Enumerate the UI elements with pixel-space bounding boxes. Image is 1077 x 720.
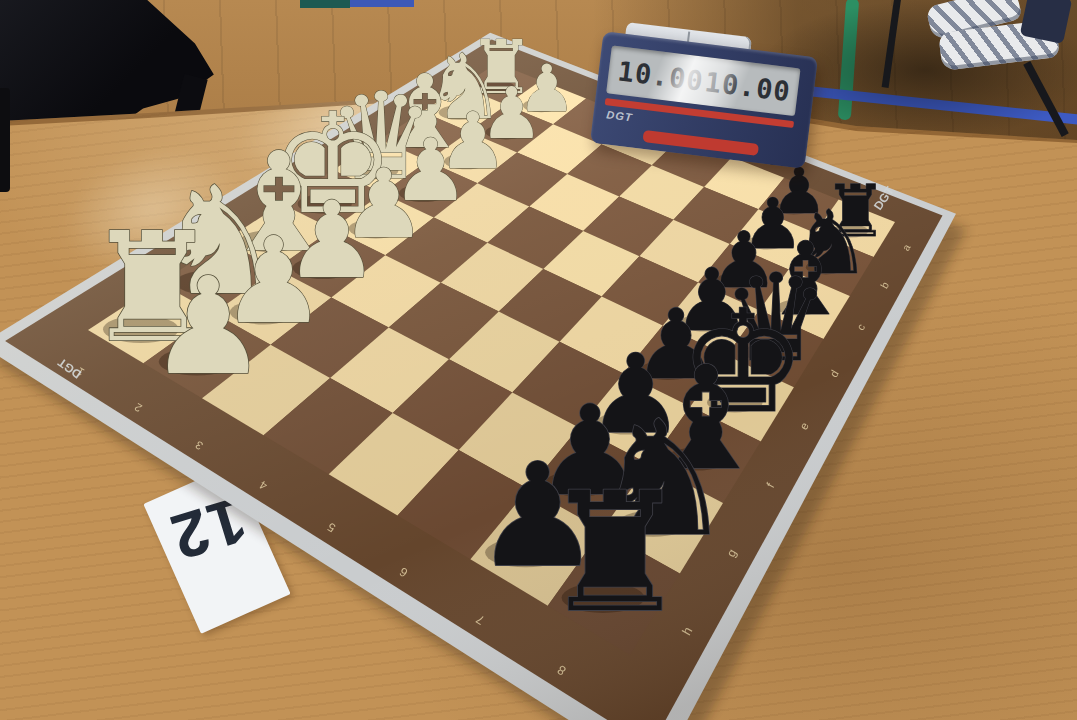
tournament-table-scene: 12 12345678abcdefghDGTDGT♜♟♞♟♝♟♛♟♚♟♟♜♝♟♟…	[0, 0, 1077, 720]
black-rook-h8: ♜	[541, 457, 689, 649]
white-pawn-h2: ♟	[148, 248, 268, 405]
clock-brand-logo: DGT	[606, 108, 634, 123]
chess-board: 12345678abcdefghDGTDGT♜♟♞♟♝♟♛♟♚♟♟♜♝♟♟♞♞♟…	[0, 0, 1077, 720]
